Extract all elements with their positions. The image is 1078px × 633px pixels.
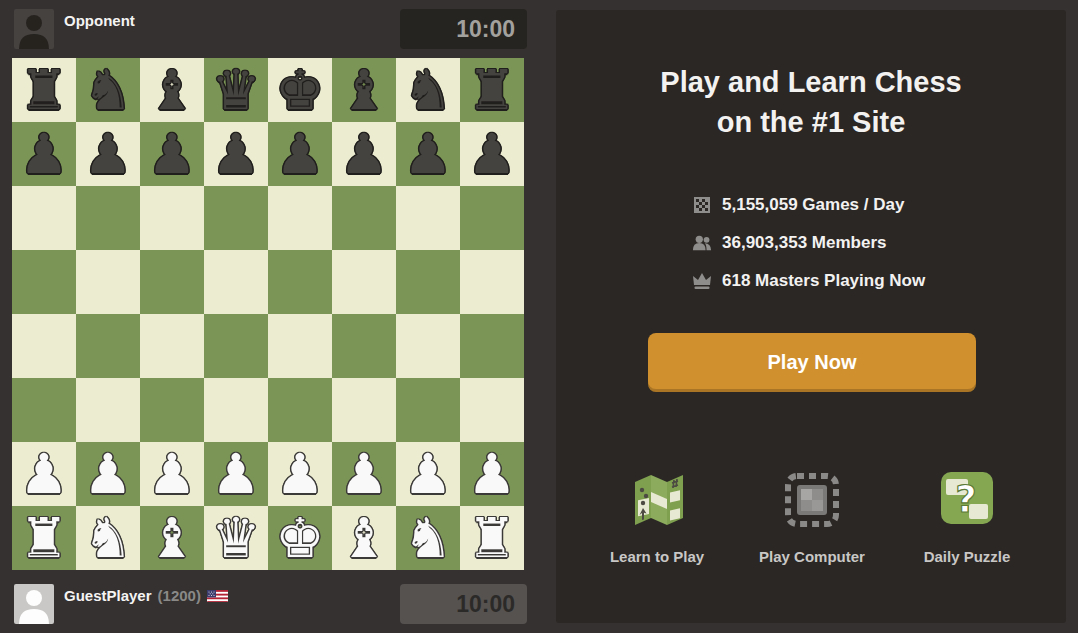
square-a2[interactable]: ♟ [12,442,76,506]
white-rook[interactable]: ♜ [19,506,68,570]
square-f7[interactable]: ♟ [332,122,396,186]
square-d3[interactable] [204,378,268,442]
opponent-name: Opponent [64,12,135,29]
square-g8[interactable]: ♞ [396,58,460,122]
square-f2[interactable]: ♟ [332,442,396,506]
square-e3[interactable] [268,378,332,442]
black-pawn[interactable]: ♟ [19,122,68,186]
promo-headline: Play and Learn Chess on the #1 Site [556,62,1066,142]
square-d8[interactable]: ♛ [204,58,268,122]
headline-line-2: on the #1 Site [556,102,1066,142]
play-computer-shortcut[interactable]: Play Computer [737,468,887,565]
crown-icon [692,271,712,291]
square-e5[interactable] [268,250,332,314]
black-pawn[interactable]: ♟ [339,122,388,186]
white-pawn[interactable]: ♟ [275,442,324,506]
square-c8[interactable]: ♝ [140,58,204,122]
promo-panel: Play and Learn Chess on the #1 Site 5,15… [556,10,1066,623]
square-b8[interactable]: ♞ [76,58,140,122]
square-d7[interactable]: ♟ [204,122,268,186]
black-rook[interactable]: ♜ [19,58,68,122]
members-icon [692,233,712,253]
white-pawn[interactable]: ♟ [339,442,388,506]
square-c6[interactable] [140,186,204,250]
guest-clock: 10:00 [400,584,527,624]
square-e1[interactable]: ♚ [268,506,332,570]
black-queen[interactable]: ♛ [211,58,260,122]
square-g5[interactable] [396,250,460,314]
stat-members: 36,903,353 Members [692,230,925,256]
square-e7[interactable]: ♟ [268,122,332,186]
square-f8[interactable]: ♝ [332,58,396,122]
svg-text:?: ? [955,478,976,521]
white-bishop[interactable]: ♝ [339,506,388,570]
square-b7[interactable]: ♟ [76,122,140,186]
square-f3[interactable] [332,378,396,442]
white-knight[interactable]: ♞ [403,506,452,570]
person-silhouette-icon [14,584,54,624]
square-a5[interactable] [12,250,76,314]
square-f6[interactable] [332,186,396,250]
square-h8[interactable]: ♜ [460,58,524,122]
square-g6[interactable] [396,186,460,250]
square-g3[interactable] [396,378,460,442]
square-h3[interactable] [460,378,524,442]
chessboard-icon [692,195,712,215]
us-flag-icon [207,589,228,602]
opponent-avatar [14,9,54,49]
square-d6[interactable] [204,186,268,250]
stat-masters: 618 Masters Playing Now [692,268,925,294]
white-pawn[interactable]: ♟ [147,442,196,506]
top-player-bar: Opponent [14,9,135,49]
square-g4[interactable] [396,314,460,378]
guest-rating: (1200) [158,587,201,604]
square-g1[interactable]: ♞ [396,506,460,570]
learn-to-play-label: Learn to Play [582,548,732,565]
chess-board[interactable]: ♜♞♝♛♚♝♞♜♟♟♟♟♟♟♟♟♟♟♟♟♟♟♟♟♜♞♝♛♚♝♞♜ [12,58,524,570]
play-computer-label: Play Computer [737,548,887,565]
black-knight[interactable]: ♞ [403,58,452,122]
square-d1[interactable]: ♛ [204,506,268,570]
black-pawn[interactable]: ♟ [211,122,260,186]
square-c1[interactable]: ♝ [140,506,204,570]
guest-name: GuestPlayer [64,587,152,604]
daily-puzzle-shortcut[interactable]: ? Daily Puzzle [892,468,1042,565]
square-f4[interactable] [332,314,396,378]
white-knight[interactable]: ♞ [83,506,132,570]
bottom-player-bar: GuestPlayer (1200) [14,584,228,624]
white-pawn[interactable]: ♟ [19,442,68,506]
black-rook[interactable]: ♜ [467,58,516,122]
square-a8[interactable]: ♜ [12,58,76,122]
square-d4[interactable] [204,314,268,378]
white-pawn[interactable]: ♟ [211,442,260,506]
square-h1[interactable]: ♜ [460,506,524,570]
site-stats: 5,155,059 Games / Day 36,903,353 Members [692,192,925,306]
square-b3[interactable] [76,378,140,442]
square-b2[interactable]: ♟ [76,442,140,506]
headline-line-1: Play and Learn Chess [556,62,1066,102]
white-pawn[interactable]: ♟ [403,442,452,506]
square-e4[interactable] [268,314,332,378]
square-e6[interactable] [268,186,332,250]
white-king[interactable]: ♚ [275,506,324,570]
white-queen[interactable]: ♛ [211,506,260,570]
square-c2[interactable]: ♟ [140,442,204,506]
white-rook[interactable]: ♜ [467,506,516,570]
daily-puzzle-label: Daily Puzzle [892,548,1042,565]
square-d5[interactable] [204,250,268,314]
white-pawn[interactable]: ♟ [83,442,132,506]
guest-avatar [14,584,54,624]
square-a4[interactable] [12,314,76,378]
square-b5[interactable] [76,250,140,314]
black-knight[interactable]: ♞ [83,58,132,122]
square-h7[interactable]: ♟ [460,122,524,186]
square-a1[interactable]: ♜ [12,506,76,570]
black-king[interactable]: ♚ [275,58,324,122]
stat-games-per-day: 5,155,059 Games / Day [692,192,925,218]
square-e2[interactable]: ♟ [268,442,332,506]
cpu-chip-icon [780,468,844,532]
square-b4[interactable] [76,314,140,378]
square-c5[interactable] [140,250,204,314]
square-a6[interactable] [12,186,76,250]
square-c3[interactable] [140,378,204,442]
square-d2[interactable]: ♟ [204,442,268,506]
square-h4[interactable] [460,314,524,378]
learn-to-play-shortcut[interactable]: Learn to Play [582,468,732,565]
black-pawn[interactable]: ♟ [403,122,452,186]
puzzle-icon: ? [935,468,999,532]
square-e8[interactable]: ♚ [268,58,332,122]
map-icon [625,468,689,532]
square-c4[interactable] [140,314,204,378]
square-a3[interactable] [12,378,76,442]
black-pawn[interactable]: ♟ [83,122,132,186]
black-pawn[interactable]: ♟ [275,122,324,186]
square-b6[interactable] [76,186,140,250]
black-bishop[interactable]: ♝ [339,58,388,122]
white-pawn[interactable]: ♟ [467,442,516,506]
square-b1[interactable]: ♞ [76,506,140,570]
square-h6[interactable] [460,186,524,250]
square-h2[interactable]: ♟ [460,442,524,506]
opponent-clock: 10:00 [400,9,527,49]
black-pawn[interactable]: ♟ [147,122,196,186]
square-f1[interactable]: ♝ [332,506,396,570]
square-h5[interactable] [460,250,524,314]
square-g7[interactable]: ♟ [396,122,460,186]
black-bishop[interactable]: ♝ [147,58,196,122]
square-c7[interactable]: ♟ [140,122,204,186]
white-bishop[interactable]: ♝ [147,506,196,570]
square-f5[interactable] [332,250,396,314]
play-now-button[interactable]: Play Now [648,333,976,392]
square-a7[interactable]: ♟ [12,122,76,186]
square-g2[interactable]: ♟ [396,442,460,506]
black-pawn[interactable]: ♟ [467,122,516,186]
person-silhouette-icon [14,9,54,49]
